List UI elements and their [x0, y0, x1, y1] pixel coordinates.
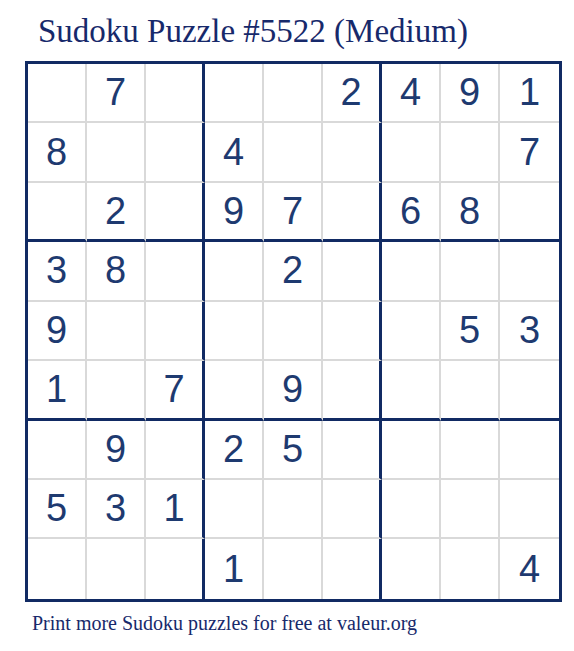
- sudoku-page: Sudoku Puzzle #5522 (Medium) 72491847297…: [0, 13, 574, 635]
- cell-r4c9[interactable]: [500, 242, 559, 301]
- cell-r9c1[interactable]: [28, 539, 87, 598]
- cell-r1c1[interactable]: [28, 64, 87, 123]
- cell-r1c5[interactable]: [264, 64, 323, 123]
- cell-r7c4-given[interactable]: 2: [205, 421, 264, 480]
- cell-r4c7[interactable]: [382, 242, 441, 301]
- cell-r8c8[interactable]: [441, 480, 500, 539]
- cell-r2c6[interactable]: [323, 123, 382, 182]
- cell-r7c9[interactable]: [500, 421, 559, 480]
- cell-r6c7[interactable]: [382, 361, 441, 420]
- cell-r6c6[interactable]: [323, 361, 382, 420]
- cell-r5c2[interactable]: [87, 302, 146, 361]
- footer-note: Print more Sudoku puzzles for free at va…: [32, 612, 574, 635]
- cell-r7c5-given[interactable]: 5: [264, 421, 323, 480]
- page-title: Sudoku Puzzle #5522 (Medium): [38, 13, 574, 51]
- cell-r3c2-given[interactable]: 2: [87, 183, 146, 242]
- cell-r2c5[interactable]: [264, 123, 323, 182]
- cell-r9c7[interactable]: [382, 539, 441, 598]
- cell-r6c5-given[interactable]: 9: [264, 361, 323, 420]
- cell-r2c3[interactable]: [146, 123, 205, 182]
- cell-r9c9-given[interactable]: 4: [500, 539, 559, 598]
- cell-r2c4-given[interactable]: 4: [205, 123, 264, 182]
- cell-r5c6[interactable]: [323, 302, 382, 361]
- sudoku-board: 724918472976838295317992553114: [25, 61, 562, 602]
- cell-r8c4[interactable]: [205, 480, 264, 539]
- cell-r2c2[interactable]: [87, 123, 146, 182]
- cell-r6c1-given[interactable]: 1: [28, 361, 87, 420]
- cell-r4c1-given[interactable]: 3: [28, 242, 87, 301]
- cell-r2c1-given[interactable]: 8: [28, 123, 87, 182]
- cell-r1c7-given[interactable]: 4: [382, 64, 441, 123]
- cell-r9c3[interactable]: [146, 539, 205, 598]
- cell-r5c5[interactable]: [264, 302, 323, 361]
- cell-r1c9-given[interactable]: 1: [500, 64, 559, 123]
- cell-r9c2[interactable]: [87, 539, 146, 598]
- cell-r9c8[interactable]: [441, 539, 500, 598]
- cell-r6c8[interactable]: [441, 361, 500, 420]
- cell-r1c2-given[interactable]: 7: [87, 64, 146, 123]
- cell-r1c4[interactable]: [205, 64, 264, 123]
- cell-r3c7-given[interactable]: 6: [382, 183, 441, 242]
- cell-r7c8[interactable]: [441, 421, 500, 480]
- cell-r3c3[interactable]: [146, 183, 205, 242]
- cell-r3c6[interactable]: [323, 183, 382, 242]
- cell-r7c2-given[interactable]: 9: [87, 421, 146, 480]
- cell-r7c7[interactable]: [382, 421, 441, 480]
- cell-r1c8-given[interactable]: 9: [441, 64, 500, 123]
- cell-r7c3[interactable]: [146, 421, 205, 480]
- cell-r3c9[interactable]: [500, 183, 559, 242]
- cell-r8c2-given[interactable]: 3: [87, 480, 146, 539]
- cell-r5c3[interactable]: [146, 302, 205, 361]
- cell-r7c6[interactable]: [323, 421, 382, 480]
- cell-r9c5[interactable]: [264, 539, 323, 598]
- cell-r7c1[interactable]: [28, 421, 87, 480]
- cell-r8c1-given[interactable]: 5: [28, 480, 87, 539]
- cell-r2c7[interactable]: [382, 123, 441, 182]
- cell-r5c9-given[interactable]: 3: [500, 302, 559, 361]
- cell-r2c9-given[interactable]: 7: [500, 123, 559, 182]
- cell-r1c3[interactable]: [146, 64, 205, 123]
- cell-r8c3-given[interactable]: 1: [146, 480, 205, 539]
- cell-r6c2[interactable]: [87, 361, 146, 420]
- cell-r1c6-given[interactable]: 2: [323, 64, 382, 123]
- cell-r4c2-given[interactable]: 8: [87, 242, 146, 301]
- cell-r2c8[interactable]: [441, 123, 500, 182]
- cell-r3c5-given[interactable]: 7: [264, 183, 323, 242]
- cell-r8c9[interactable]: [500, 480, 559, 539]
- cell-r6c9[interactable]: [500, 361, 559, 420]
- cell-r6c4[interactable]: [205, 361, 264, 420]
- cell-r4c3[interactable]: [146, 242, 205, 301]
- cell-r4c6[interactable]: [323, 242, 382, 301]
- cell-r9c4-given[interactable]: 1: [205, 539, 264, 598]
- cell-r3c4-given[interactable]: 9: [205, 183, 264, 242]
- cell-r8c7[interactable]: [382, 480, 441, 539]
- cell-r3c8-given[interactable]: 8: [441, 183, 500, 242]
- cell-r5c1-given[interactable]: 9: [28, 302, 87, 361]
- cell-r9c6[interactable]: [323, 539, 382, 598]
- cell-r3c1[interactable]: [28, 183, 87, 242]
- cell-r4c8[interactable]: [441, 242, 500, 301]
- cell-r5c4[interactable]: [205, 302, 264, 361]
- cell-r6c3-given[interactable]: 7: [146, 361, 205, 420]
- cell-r8c6[interactable]: [323, 480, 382, 539]
- cell-r4c5-given[interactable]: 2: [264, 242, 323, 301]
- cell-r5c8-given[interactable]: 5: [441, 302, 500, 361]
- cell-r8c5[interactable]: [264, 480, 323, 539]
- cell-r4c4[interactable]: [205, 242, 264, 301]
- cell-r5c7[interactable]: [382, 302, 441, 361]
